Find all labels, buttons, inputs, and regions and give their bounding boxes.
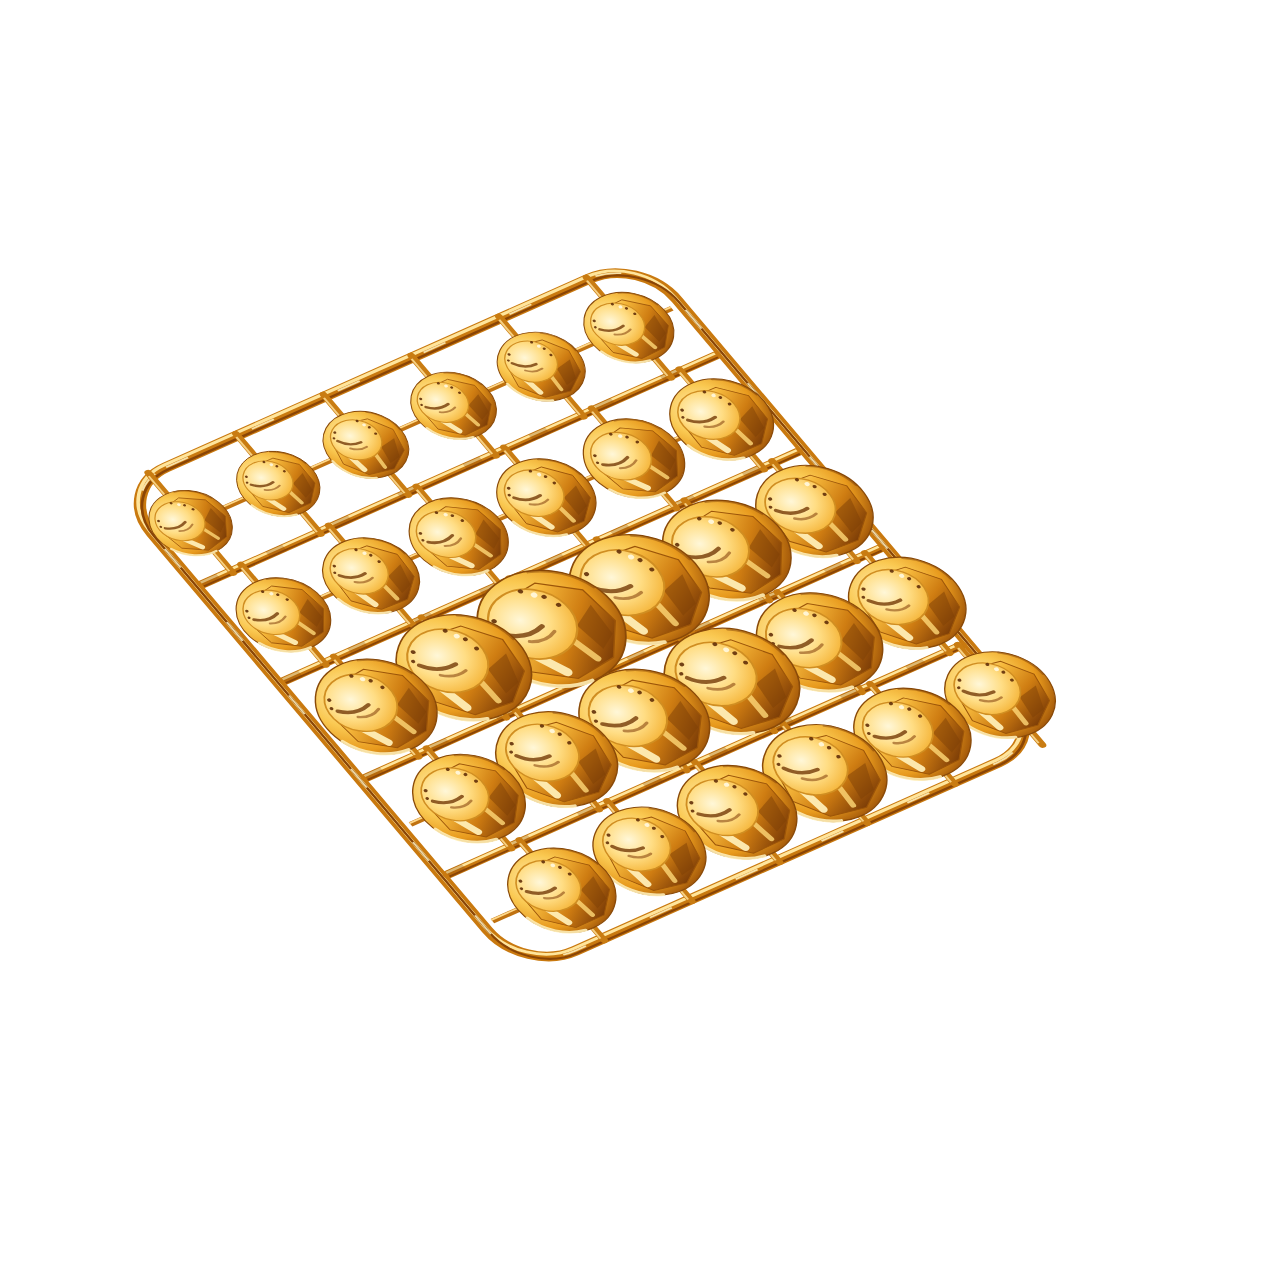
gold-cap-piece-r0-c2: [309, 404, 422, 486]
gold-cap-piece-r0-c0: [132, 477, 250, 569]
sprue-photo-canvas: [0, 0, 1286, 1286]
photo-stage: [0, 0, 1286, 1286]
gold-cap-piece-r0-c1: [220, 440, 336, 528]
gold-pieces-group: [120, 249, 1094, 978]
gold-cap-piece-r0-c3: [394, 360, 514, 451]
gold-cap-piece-r0-c4: [483, 324, 600, 409]
sprue-local-space: [108, 234, 1095, 978]
